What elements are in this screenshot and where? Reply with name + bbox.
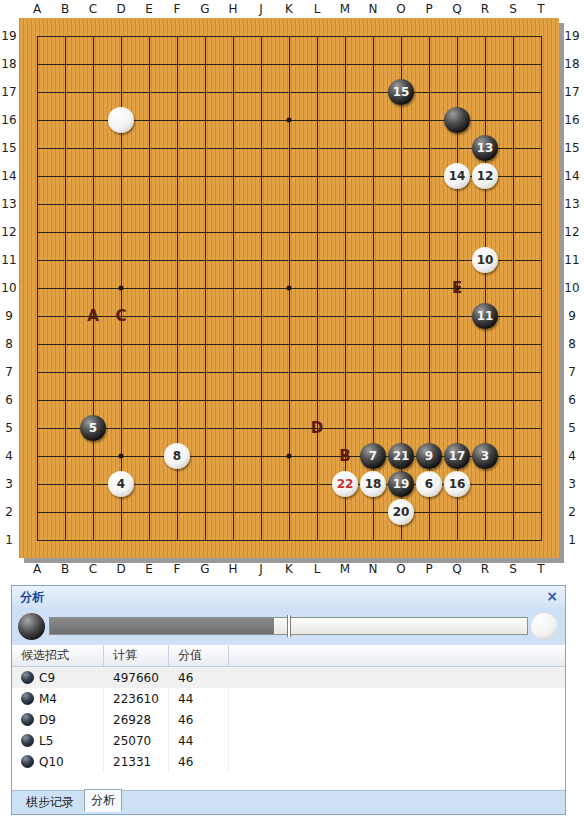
coordinate-label: G [200,562,209,576]
coordinate-label: L [314,2,321,16]
stone-Q14[interactable]: 14 [444,163,470,189]
panel-title: 分析 [12,589,44,606]
stone-D3[interactable]: 4 [108,471,134,497]
candidate-empty-cell [229,751,565,772]
stone-N4[interactable]: 7 [360,443,386,469]
candidate-row-L5[interactable]: L52507044 [12,730,565,751]
coordinate-label: 3 [568,477,576,491]
win-rate-bar-row [12,608,565,645]
coordinate-label: 15 [564,141,579,155]
coordinate-label: 1 [5,533,13,547]
candidate-letter-L5[interactable]: D [311,421,323,436]
candidate-empty-cell [229,709,565,730]
coordinate-label: A [33,2,41,16]
stone-R4[interactable]: 3 [472,443,498,469]
header-candidate-move: 候选招式 [12,645,104,666]
coordinate-label: L [314,562,321,576]
coordinate-label: 3 [5,477,13,491]
stone-R9[interactable]: 11 [472,303,498,329]
stone-F4[interactable]: 8 [164,443,190,469]
board-grid[interactable]: 345678910111213141516171819202122ABCDE [23,22,555,554]
stone-C5[interactable]: 5 [80,415,106,441]
coordinate-label: D [116,562,125,576]
stone-O4[interactable]: 21 [388,443,414,469]
stone-O17[interactable]: 15 [388,79,414,105]
black-stone-icon [21,692,34,705]
coordinate-label: R [481,2,489,16]
candidate-table-header: 候选招式 计算 分值 [12,645,565,667]
stone-Q16[interactable] [444,107,470,133]
coordinate-label: 12 [1,225,16,239]
coordinate-label: 17 [1,85,16,99]
candidate-score: 44 [169,688,229,709]
candidate-score: 46 [169,667,229,688]
stone-R15[interactable]: 13 [472,135,498,161]
coordinate-label: Q [452,2,461,16]
stone-Q3[interactable]: 16 [444,471,470,497]
coordinate-label: K [285,562,293,576]
stone-M3[interactable]: 22 [332,471,358,497]
stone-P3[interactable]: 6 [416,471,442,497]
candidate-score: 44 [169,730,229,751]
coordinate-label: 1 [568,533,576,547]
tab-分析[interactable]: 分析 [84,789,122,812]
candidate-row-M4[interactable]: M422361044 [12,688,565,709]
coordinate-label: J [259,562,263,576]
coordinate-label: 16 [564,113,579,127]
coordinate-label: 19 [1,29,16,43]
stone-R14[interactable]: 12 [472,163,498,189]
coordinate-label: Q [452,562,461,576]
candidate-visits: 26928 [104,709,169,730]
win-rate-bar[interactable] [49,617,528,635]
coordinate-label: E [145,562,153,576]
win-rate-midpoint-marker [287,615,291,637]
stone-R11[interactable]: 10 [472,247,498,273]
coordinate-label: 11 [564,253,579,267]
coordinate-label: 15 [1,141,16,155]
coordinate-label: B [61,2,69,16]
black-stone-icon [21,671,34,684]
stone-N3[interactable]: 18 [360,471,386,497]
analysis-panel: 分析 × 候选招式 计算 分值 C949766046M422361044D926… [11,585,566,815]
coordinate-label: 7 [5,365,13,379]
coordinate-label: N [369,2,378,16]
coordinate-label: 18 [564,57,579,71]
coordinate-label: 19 [564,29,579,43]
app-window: ABCDEFGHJKLMNOPQRST ABCDEFGHJKLMNOPQRST … [0,0,584,827]
coordinate-label: R [481,562,489,576]
candidate-move: Q10 [39,755,64,769]
stone-P4[interactable]: 9 [416,443,442,469]
candidate-row-C9[interactable]: C949766046 [12,667,565,688]
coordinate-label: 4 [568,449,576,463]
coordinate-label: 9 [568,309,576,323]
candidate-empty-cell [229,667,565,688]
coordinate-label: 13 [1,197,16,211]
black-stone-icon [21,713,34,726]
stone-O2[interactable]: 20 [388,499,414,525]
coordinate-label: 17 [564,85,579,99]
coordinate-label: 10 [1,281,16,295]
coordinate-label: 2 [568,505,576,519]
coordinate-label: F [174,2,181,16]
coordinate-label: P [425,562,432,576]
coordinate-label: 14 [564,169,579,183]
go-board-area: ABCDEFGHJKLMNOPQRST ABCDEFGHJKLMNOPQRST … [0,0,584,580]
win-rate-black-fill [50,618,274,634]
stone-D16[interactable] [108,107,134,133]
panel-tab-bar: 棋步记录分析 [12,790,565,814]
coordinate-label: B [61,562,69,576]
coordinate-label: M [340,562,350,576]
coordinate-label: O [396,562,405,576]
candidate-table-rows: C949766046M422361044D92692846L52507044Q1… [12,667,565,772]
coordinate-label: T [537,562,544,576]
coordinate-label: C [89,2,97,16]
white-stone-icon [531,613,558,640]
candidate-visits: 25070 [104,730,169,751]
coordinate-label: M [340,2,350,16]
candidate-letter-M4[interactable]: B [339,449,350,464]
coordinate-label: 11 [1,253,16,267]
candidate-score: 46 [169,751,229,772]
go-board[interactable]: 345678910111213141516171819202122ABCDE [19,18,559,558]
coordinate-label: 8 [5,337,13,351]
candidate-move: C9 [39,671,55,685]
coordinate-label: 12 [564,225,579,239]
coordinate-label: S [509,2,517,16]
candidate-letter-C9[interactable]: A [87,309,99,324]
coordinate-label: 5 [568,421,576,435]
coordinate-label: A [33,562,41,576]
candidate-row-Q10[interactable]: Q102133146 [12,751,565,772]
coordinate-label: D [116,2,125,16]
coordinate-label: C [89,562,97,576]
coordinate-label: 18 [1,57,16,71]
tab-棋步记录[interactable]: 棋步记录 [20,792,80,813]
coordinate-label: 6 [5,393,13,407]
header-visits: 计算 [104,645,169,666]
coordinate-label: T [537,2,544,16]
coordinate-label: H [228,562,237,576]
header-score: 分值 [169,645,229,666]
candidate-letter-Q10[interactable]: E [452,281,462,296]
black-stone-icon [18,613,45,640]
candidate-move: M4 [39,692,57,706]
black-stone-icon [21,755,34,768]
coordinate-label: S [509,562,517,576]
coordinate-label: J [259,2,263,16]
candidate-move: D9 [39,713,56,727]
coordinate-label: G [200,2,209,16]
candidate-visits: 223610 [104,688,169,709]
header-empty [229,645,565,666]
coordinate-label: 9 [5,309,13,323]
coordinate-label: O [396,2,405,16]
candidate-move: L5 [39,734,53,748]
coordinate-label: 4 [5,449,13,463]
stone-O3[interactable]: 19 [388,471,414,497]
coordinate-label: H [228,2,237,16]
candidate-row-D9[interactable]: D92692846 [12,709,565,730]
candidate-score: 46 [169,709,229,730]
stone-Q4[interactable]: 17 [444,443,470,469]
black-stone-icon [21,734,34,747]
coordinate-label: 5 [5,421,13,435]
candidate-empty-cell [229,730,565,751]
coordinate-label: 16 [1,113,16,127]
close-icon[interactable]: × [546,588,558,604]
coordinate-label: F [174,562,181,576]
analysis-panel-header: 分析 [12,586,565,609]
coordinate-label: 8 [568,337,576,351]
coordinate-label: K [285,2,293,16]
coordinate-label: P [425,2,432,16]
candidate-letter-D9[interactable]: C [115,309,126,324]
coordinate-label: E [145,2,153,16]
coordinate-label: N [369,562,378,576]
coordinate-label: 10 [564,281,579,295]
coordinate-label: 6 [568,393,576,407]
candidate-empty-cell [229,688,565,709]
candidate-visits: 497660 [104,667,169,688]
coordinate-label: 13 [564,197,579,211]
coordinate-label: 14 [1,169,16,183]
candidate-visits: 21331 [104,751,169,772]
coordinate-label: 2 [5,505,13,519]
coordinate-label: 7 [568,365,576,379]
